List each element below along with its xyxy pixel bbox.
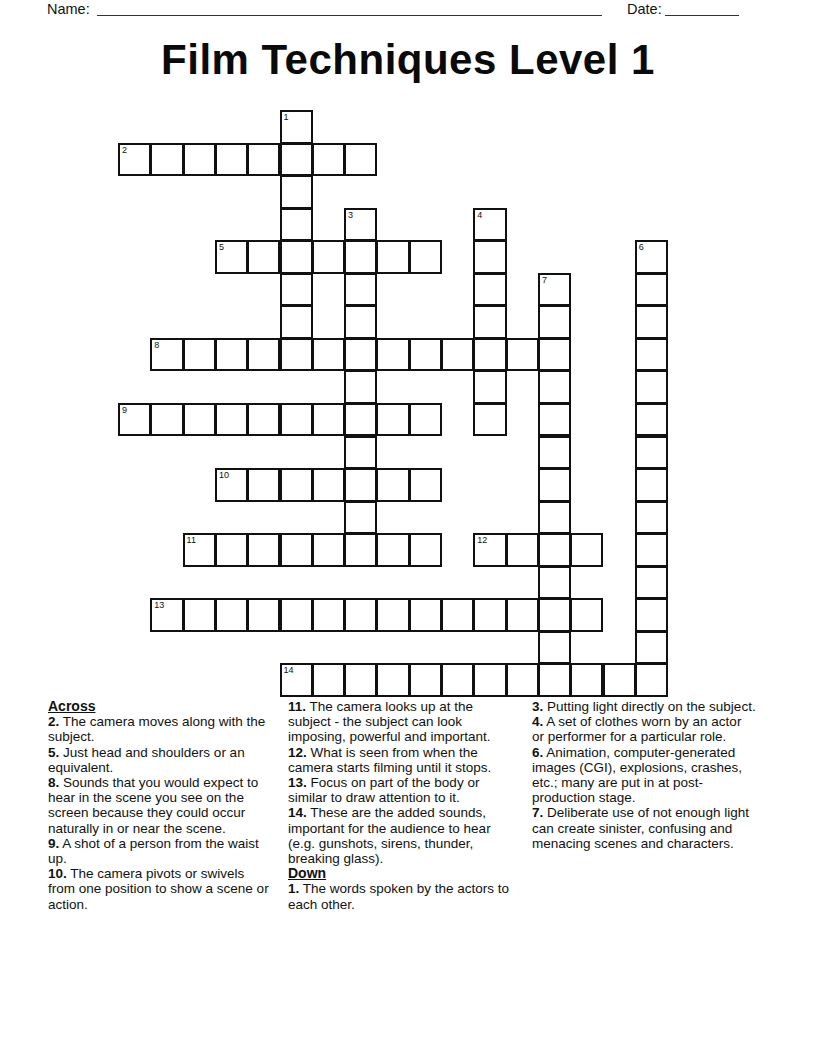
grid-cell-r15c10[interactable] [441,598,474,632]
grid-cell-r9c13[interactable] [538,403,571,437]
grid-cell-r7c12[interactable] [506,338,539,372]
grid-cell-r16c16[interactable] [635,631,668,665]
grid-cell-r9c5[interactable] [280,403,313,437]
grid-cell-r10c7[interactable] [344,436,377,470]
clue-heading-across: Across [48,699,272,714]
grid-cell-r8c7[interactable] [344,370,377,404]
grid-cell-r13c16[interactable] [635,533,668,567]
clue-number-6: 6 [639,242,644,252]
grid-cell-r5c5[interactable] [280,273,313,307]
grid-cell-r15c4[interactable] [247,598,280,632]
grid-cell-r15c5[interactable] [280,598,313,632]
grid-cell-r17c5[interactable]: 14 [280,663,313,697]
grid-cell-r9c7[interactable] [344,403,377,437]
grid-cell-r15c1[interactable]: 13 [150,598,183,632]
clue-heading-down: Down [288,866,512,881]
grid-cell-r4c16[interactable]: 6 [635,240,668,274]
clue-across-8: 8. Sounds that you would expect to hear … [48,775,272,836]
grid-cell-r5c16[interactable] [635,273,668,307]
grid-cell-r5c7[interactable] [344,273,377,307]
grid-cell-r13c6[interactable] [312,533,345,567]
crossword-grid: 1234567891011121314 [118,110,668,697]
grid-cell-r3c5[interactable] [280,208,313,242]
grid-cell-r13c5[interactable] [280,533,313,567]
clue-down-7: 7. Deliberate use of not enough light ca… [532,805,756,851]
grid-cell-r17c11[interactable] [473,663,506,697]
grid-cell-r17c10[interactable] [441,663,474,697]
clues-column-1: Across2. The camera moves along with the… [48,699,272,912]
grid-cell-r9c8[interactable] [376,403,409,437]
grid-cell-r9c9[interactable] [409,403,442,437]
grid-cell-r7c7[interactable] [344,338,377,372]
grid-cell-r6c13[interactable] [538,305,571,339]
grid-cell-r9c2[interactable] [183,403,216,437]
grid-cell-r1c7[interactable] [344,143,377,177]
clue-down-6: 6. Animation, computer-generated images … [532,745,756,806]
grid-cell-r4c6[interactable] [312,240,345,274]
clue-number-4: 4 [477,210,482,220]
grid-cell-r8c13[interactable] [538,370,571,404]
clues-column-2: 11. The camera looks up at the subject -… [288,699,512,912]
worksheet-page: Name: Date: Film Techniques Level 1 1234… [0,0,816,1056]
grid-cell-r9c6[interactable] [312,403,345,437]
grid-cell-r14c16[interactable] [635,566,668,600]
clue-number-3: 3 [348,210,353,220]
clue-number-7: 7 [542,275,547,285]
grid-cell-r17c8[interactable] [376,663,409,697]
clue-across-9: 9. A shot of a person from the waist up. [48,836,272,866]
clue-across-11: 11. The camera looks up at the subject -… [288,699,512,745]
clue-number-8: 8 [154,340,159,350]
grid-cell-r7c11[interactable] [473,338,506,372]
grid-cell-r17c9[interactable] [409,663,442,697]
grid-cell-r11c16[interactable] [635,468,668,502]
clue-across-5: 5. Just head and shoulders or an equival… [48,745,272,775]
clue-number-10: 10 [219,470,229,480]
grid-cell-r1c2[interactable] [183,143,216,177]
grid-cell-r12c13[interactable] [538,501,571,535]
grid-cell-r11c5[interactable] [280,468,313,502]
grid-cell-r13c12[interactable] [506,533,539,567]
grid-cell-r14c13[interactable] [538,566,571,600]
grid-cell-r3c7[interactable]: 3 [344,208,377,242]
clue-down-1: 1. The words spoken by the actors to eac… [288,881,512,911]
grid-cell-r1c1[interactable] [150,143,183,177]
name-input-line[interactable] [97,1,602,16]
grid-cell-r17c16[interactable] [635,663,668,697]
grid-cell-r13c14[interactable] [570,533,603,567]
grid-cell-r15c3[interactable] [215,598,248,632]
grid-cell-r13c7[interactable] [344,533,377,567]
grid-cell-r7c16[interactable] [635,338,668,372]
grid-cell-r1c4[interactable] [247,143,280,177]
grid-cell-r11c13[interactable] [538,468,571,502]
grid-cell-r17c15[interactable] [603,663,636,697]
clue-across-10: 10. The camera pivots or swivels from on… [48,866,272,912]
grid-cell-r16c13[interactable] [538,631,571,665]
grid-cell-r7c6[interactable] [312,338,345,372]
grid-cell-r4c7[interactable] [344,240,377,274]
grid-cell-r15c8[interactable] [376,598,409,632]
grid-cell-r13c9[interactable] [409,533,442,567]
grid-cell-r9c16[interactable] [635,403,668,437]
clue-number-1: 1 [284,112,289,122]
clue-number-13: 13 [154,600,164,610]
grid-cell-r3c11[interactable]: 4 [473,208,506,242]
grid-cell-r13c11[interactable]: 12 [473,533,506,567]
grid-cell-r13c2[interactable]: 11 [183,533,216,567]
grid-cell-r12c16[interactable] [635,501,668,535]
grid-cell-r1c0[interactable]: 2 [118,143,151,177]
grid-cell-r9c4[interactable] [247,403,280,437]
clue-number-11: 11 [187,535,196,545]
clue-down-4: 4. A set of clothes worn by an actor or … [532,714,756,744]
clue-number-14: 14 [284,665,294,675]
clue-number-5: 5 [219,242,224,252]
clues-column-3: 3. Putting light directly on the subject… [532,699,756,851]
grid-cell-r1c5[interactable] [280,143,313,177]
grid-cell-r4c9[interactable] [409,240,442,274]
grid-cell-r7c13[interactable] [538,338,571,372]
grid-cell-r10c16[interactable] [635,436,668,470]
grid-cell-r17c12[interactable] [506,663,539,697]
grid-cell-r5c11[interactable] [473,273,506,307]
grid-cell-r11c8[interactable] [376,468,409,502]
grid-cell-r15c13[interactable] [538,598,571,632]
grid-cell-r7c1[interactable]: 8 [150,338,183,372]
clue-number-9: 9 [122,405,127,415]
page-title: Film Techniques Level 1 [0,36,816,84]
grid-cell-r4c11[interactable] [473,240,506,274]
grid-cell-r15c7[interactable] [344,598,377,632]
grid-cell-r11c4[interactable] [247,468,280,502]
grid-cell-r6c7[interactable] [344,305,377,339]
grid-cell-r10c13[interactable] [538,436,571,470]
grid-cell-r6c11[interactable] [473,305,506,339]
grid-cell-r17c14[interactable] [570,663,603,697]
grid-cell-r11c7[interactable] [344,468,377,502]
grid-cell-r0c5[interactable]: 1 [280,110,313,144]
clue-across-14: 14. These are the added sounds, importan… [288,805,512,866]
name-label: Name: [47,1,90,17]
clue-number-12: 12 [477,535,487,545]
grid-cell-r15c2[interactable] [183,598,216,632]
grid-cell-r17c6[interactable] [312,663,345,697]
grid-cell-r11c9[interactable] [409,468,442,502]
grid-cell-r9c11[interactable] [473,403,506,437]
clue-across-13: 13. Focus on part of the body or similar… [288,775,512,805]
grid-cell-r7c9[interactable] [409,338,442,372]
grid-cell-r6c5[interactable] [280,305,313,339]
grid-cell-r11c3[interactable]: 10 [215,468,248,502]
grid-cell-r15c9[interactable] [409,598,442,632]
grid-cell-r7c10[interactable] [441,338,474,372]
grid-cell-r7c2[interactable] [183,338,216,372]
grid-cell-r4c8[interactable] [376,240,409,274]
grid-cell-r4c4[interactable] [247,240,280,274]
grid-cell-r13c8[interactable] [376,533,409,567]
grid-cell-r15c6[interactable] [312,598,345,632]
grid-cell-r15c16[interactable] [635,598,668,632]
grid-cell-r12c7[interactable] [344,501,377,535]
grid-cell-r15c12[interactable] [506,598,539,632]
date-input-line[interactable] [665,1,739,16]
grid-cell-r9c3[interactable] [215,403,248,437]
clue-down-3: 3. Putting light directly on the subject… [532,699,756,714]
grid-cell-r8c11[interactable] [473,370,506,404]
grid-cell-r9c0[interactable]: 9 [118,403,151,437]
grid-cell-r4c5[interactable] [280,240,313,274]
grid-cell-r8c16[interactable] [635,370,668,404]
clue-across-2: 2. The camera moves along with the subje… [48,714,272,744]
grid-cell-r9c1[interactable] [150,403,183,437]
grid-cell-r7c5[interactable] [280,338,313,372]
grid-cell-r1c3[interactable] [215,143,248,177]
grid-cell-r2c5[interactable] [280,175,313,209]
grid-cell-r17c7[interactable] [344,663,377,697]
grid-cell-r1c6[interactable] [312,143,345,177]
grid-cell-r17c13[interactable] [538,663,571,697]
grid-cell-r4c3[interactable]: 5 [215,240,248,274]
grid-cell-r15c14[interactable] [570,598,603,632]
grid-cell-r6c16[interactable] [635,305,668,339]
grid-cell-r13c3[interactable] [215,533,248,567]
grid-cell-r7c3[interactable] [215,338,248,372]
grid-cell-r7c8[interactable] [376,338,409,372]
clue-across-12: 12. What is seen from when the camera st… [288,745,512,775]
grid-cell-r13c13[interactable] [538,533,571,567]
grid-cell-r15c11[interactable] [473,598,506,632]
grid-cell-r5c13[interactable]: 7 [538,273,571,307]
date-label: Date: [627,1,662,17]
clue-number-2: 2 [122,145,127,155]
grid-cell-r7c4[interactable] [247,338,280,372]
grid-cell-r13c4[interactable] [247,533,280,567]
grid-cell-r11c6[interactable] [312,468,345,502]
